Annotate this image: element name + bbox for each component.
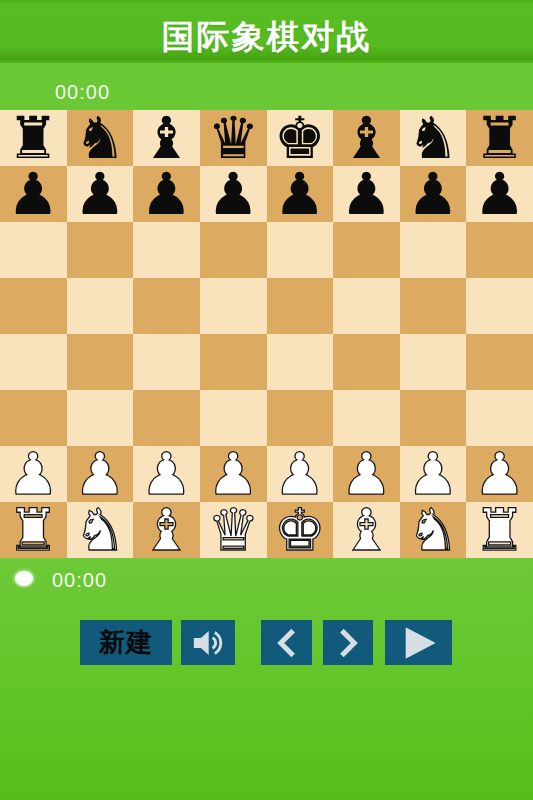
piece-white-queen[interactable]: ♛ <box>207 502 259 558</box>
piece-white-bishop[interactable]: ♝ <box>340 502 392 558</box>
square-h7[interactable]: ♟ <box>466 166 533 222</box>
piece-white-rook[interactable]: ♜ <box>7 502 59 558</box>
square-h4[interactable] <box>466 334 533 390</box>
square-g1[interactable]: ♞ <box>400 502 467 558</box>
square-a2[interactable]: ♟ <box>0 446 67 502</box>
square-e6[interactable] <box>267 222 334 278</box>
piece-black-bishop[interactable]: ♝ <box>340 110 392 166</box>
square-d3[interactable] <box>200 390 267 446</box>
play-icon <box>398 623 440 663</box>
piece-white-pawn[interactable]: ♟ <box>340 446 392 502</box>
square-b5[interactable] <box>67 278 134 334</box>
square-f4[interactable] <box>333 334 400 390</box>
square-e7[interactable]: ♟ <box>267 166 334 222</box>
square-a1[interactable]: ♜ <box>0 502 67 558</box>
square-c1[interactable]: ♝ <box>133 502 200 558</box>
square-f1[interactable]: ♝ <box>333 502 400 558</box>
square-h3[interactable] <box>466 390 533 446</box>
piece-white-pawn[interactable]: ♟ <box>74 446 126 502</box>
square-e1[interactable]: ♚ <box>267 502 334 558</box>
square-f3[interactable] <box>333 390 400 446</box>
piece-black-knight[interactable]: ♞ <box>407 110 459 166</box>
square-d7[interactable]: ♟ <box>200 166 267 222</box>
piece-white-rook[interactable]: ♜ <box>474 502 526 558</box>
square-e5[interactable] <box>267 278 334 334</box>
square-g4[interactable] <box>400 334 467 390</box>
square-d4[interactable] <box>200 334 267 390</box>
piece-black-rook[interactable]: ♜ <box>474 110 526 166</box>
piece-white-pawn[interactable]: ♟ <box>207 446 259 502</box>
square-a7[interactable]: ♟ <box>0 166 67 222</box>
square-f5[interactable] <box>333 278 400 334</box>
square-c3[interactable] <box>133 390 200 446</box>
back-button[interactable] <box>261 620 312 665</box>
piece-black-pawn[interactable]: ♟ <box>340 166 392 222</box>
square-b8[interactable]: ♞ <box>67 110 134 166</box>
square-g2[interactable]: ♟ <box>400 446 467 502</box>
square-f2[interactable]: ♟ <box>333 446 400 502</box>
square-g6[interactable] <box>400 222 467 278</box>
square-e2[interactable]: ♟ <box>267 446 334 502</box>
turn-indicator-dot <box>15 571 33 586</box>
piece-black-knight[interactable]: ♞ <box>74 110 126 166</box>
piece-black-queen[interactable]: ♛ <box>207 110 259 166</box>
square-d8[interactable]: ♛ <box>200 110 267 166</box>
square-c5[interactable] <box>133 278 200 334</box>
piece-black-pawn[interactable]: ♟ <box>74 166 126 222</box>
square-g3[interactable] <box>400 390 467 446</box>
app-title: 国际象棋对战 <box>162 3 372 60</box>
square-d6[interactable] <box>200 222 267 278</box>
new-game-label: 新建 <box>99 625 153 660</box>
piece-white-bishop[interactable]: ♝ <box>141 502 193 558</box>
square-d2[interactable]: ♟ <box>200 446 267 502</box>
square-e3[interactable] <box>267 390 334 446</box>
square-f8[interactable]: ♝ <box>333 110 400 166</box>
piece-white-pawn[interactable]: ♟ <box>7 446 59 502</box>
white-timer: 00:00 <box>52 569 107 592</box>
piece-white-pawn[interactable]: ♟ <box>274 446 326 502</box>
square-c4[interactable] <box>133 334 200 390</box>
square-f7[interactable]: ♟ <box>333 166 400 222</box>
app-window: 国际象棋对战 00:00 ♜♞♝♛♚♝♞♜♟♟♟♟♟♟♟♟♟♟♟♟♟♟♟♟♜♞♝… <box>0 0 533 800</box>
square-c7[interactable]: ♟ <box>133 166 200 222</box>
piece-white-knight[interactable]: ♞ <box>407 502 459 558</box>
square-h2[interactable]: ♟ <box>466 446 533 502</box>
square-h5[interactable] <box>466 278 533 334</box>
square-b1[interactable]: ♞ <box>67 502 134 558</box>
square-c8[interactable]: ♝ <box>133 110 200 166</box>
square-h6[interactable] <box>466 222 533 278</box>
square-a3[interactable] <box>0 390 67 446</box>
square-h1[interactable]: ♜ <box>466 502 533 558</box>
black-timer: 00:00 <box>55 81 110 104</box>
square-b4[interactable] <box>67 334 134 390</box>
piece-black-bishop[interactable]: ♝ <box>141 110 193 166</box>
square-b6[interactable] <box>67 222 134 278</box>
square-b7[interactable]: ♟ <box>67 166 134 222</box>
square-d5[interactable] <box>200 278 267 334</box>
square-g7[interactable]: ♟ <box>400 166 467 222</box>
piece-white-pawn[interactable]: ♟ <box>474 446 526 502</box>
square-h8[interactable]: ♜ <box>466 110 533 166</box>
piece-black-rook[interactable]: ♜ <box>7 110 59 166</box>
piece-black-pawn[interactable]: ♟ <box>207 166 259 222</box>
square-a8[interactable]: ♜ <box>0 110 67 166</box>
piece-white-king[interactable]: ♚ <box>274 502 326 558</box>
square-e8[interactable]: ♚ <box>267 110 334 166</box>
square-g8[interactable]: ♞ <box>400 110 467 166</box>
square-b3[interactable] <box>67 390 134 446</box>
square-e4[interactable] <box>267 334 334 390</box>
piece-white-pawn[interactable]: ♟ <box>141 446 193 502</box>
chevron-right-icon <box>333 626 363 660</box>
chevron-left-icon <box>272 626 302 660</box>
piece-black-pawn[interactable]: ♟ <box>474 166 526 222</box>
piece-black-pawn[interactable]: ♟ <box>274 166 326 222</box>
sound-button[interactable] <box>181 620 235 665</box>
square-b2[interactable]: ♟ <box>67 446 134 502</box>
forward-button[interactable] <box>323 620 373 665</box>
piece-black-pawn[interactable]: ♟ <box>407 166 459 222</box>
title-bar: 国际象棋对战 <box>0 0 533 63</box>
piece-black-king[interactable]: ♚ <box>274 110 326 166</box>
piece-black-pawn[interactable]: ♟ <box>141 166 193 222</box>
square-f6[interactable] <box>333 222 400 278</box>
control-bar: 新建 <box>80 620 452 665</box>
square-c6[interactable] <box>133 222 200 278</box>
square-g5[interactable] <box>400 278 467 334</box>
speaker-icon <box>191 626 225 660</box>
chess-board[interactable]: ♜♞♝♛♚♝♞♜♟♟♟♟♟♟♟♟♟♟♟♟♟♟♟♟♜♞♝♛♚♝♞♜ <box>0 110 533 558</box>
square-a4[interactable] <box>0 334 67 390</box>
play-button[interactable] <box>385 620 452 665</box>
piece-black-pawn[interactable]: ♟ <box>7 166 59 222</box>
piece-white-pawn[interactable]: ♟ <box>407 446 459 502</box>
square-d1[interactable]: ♛ <box>200 502 267 558</box>
new-game-button[interactable]: 新建 <box>80 620 172 665</box>
square-a6[interactable] <box>0 222 67 278</box>
piece-white-knight[interactable]: ♞ <box>74 502 126 558</box>
square-a5[interactable] <box>0 278 67 334</box>
square-c2[interactable]: ♟ <box>133 446 200 502</box>
